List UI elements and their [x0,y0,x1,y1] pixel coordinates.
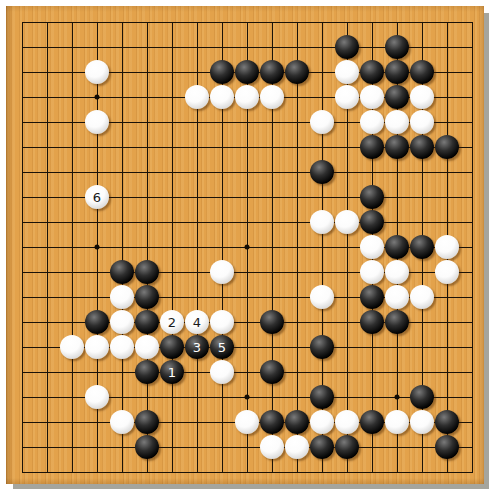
stone-white[interactable] [85,385,109,409]
stone-black[interactable]: 1 [160,360,184,384]
move-number-label: 3 [193,341,201,354]
stone-black[interactable] [385,235,409,259]
stone-black[interactable] [360,185,384,209]
stone-black[interactable] [435,410,459,434]
stone-white[interactable] [235,85,259,109]
stone-white[interactable] [110,285,134,309]
stone-white[interactable] [310,410,334,434]
stone-black[interactable] [285,410,309,434]
stone-black[interactable] [310,435,334,459]
stone-white[interactable] [310,110,334,134]
stone-black[interactable] [360,285,384,309]
stone-white[interactable] [85,335,109,359]
stone-white[interactable] [385,260,409,284]
stone-white[interactable] [210,360,234,384]
stone-black[interactable] [360,210,384,234]
stone-black[interactable] [435,435,459,459]
board-grid[interactable]: 624351 [22,22,473,473]
stone-black[interactable] [135,410,159,434]
stone-white[interactable] [410,285,434,309]
stone-white[interactable]: 6 [85,185,109,209]
stone-white[interactable] [310,210,334,234]
stone-white[interactable] [385,110,409,134]
stone-white[interactable] [410,85,434,109]
stone-white[interactable] [235,410,259,434]
stone-white[interactable] [335,210,359,234]
stone-white[interactable] [335,60,359,84]
stone-black[interactable] [135,285,159,309]
stone-white[interactable] [385,285,409,309]
star-point [95,245,100,250]
star-point [245,245,250,250]
stone-black[interactable]: 3 [185,335,209,359]
stone-black[interactable] [385,35,409,59]
stone-white[interactable] [310,285,334,309]
stone-black[interactable] [410,60,434,84]
move-number-label: 4 [193,316,201,329]
stone-black[interactable] [260,410,284,434]
stone-white[interactable] [260,435,284,459]
stone-black[interactable] [310,385,334,409]
stone-black[interactable] [235,60,259,84]
stone-black[interactable] [435,135,459,159]
stone-white[interactable] [335,85,359,109]
stone-black[interactable] [385,85,409,109]
stone-white[interactable] [135,335,159,359]
stone-white[interactable]: 4 [185,310,209,334]
stone-white[interactable] [85,60,109,84]
stone-white[interactable] [210,260,234,284]
stone-white[interactable] [360,260,384,284]
move-number-label: 2 [168,316,176,329]
move-number-label: 5 [218,341,226,354]
stone-white[interactable] [410,410,434,434]
move-number-label: 1 [168,366,176,379]
stone-black[interactable] [135,360,159,384]
stone-black[interactable] [410,135,434,159]
move-number-label: 6 [93,191,101,204]
stone-black[interactable] [260,310,284,334]
stone-black[interactable] [260,360,284,384]
stone-black[interactable] [360,410,384,434]
stone-black[interactable] [335,435,359,459]
stone-white[interactable] [110,335,134,359]
stone-white[interactable] [335,410,359,434]
stone-white[interactable] [435,235,459,259]
stone-black[interactable] [210,60,234,84]
stone-white[interactable] [410,110,434,134]
stone-black[interactable] [260,60,284,84]
stone-black[interactable] [310,335,334,359]
stone-white[interactable] [210,85,234,109]
star-point [95,95,100,100]
stone-black[interactable] [85,310,109,334]
stone-white[interactable] [260,85,284,109]
stone-white[interactable] [360,110,384,134]
stone-white[interactable] [110,410,134,434]
go-diagram-screen: 624351 [0,0,500,500]
stone-black[interactable] [385,310,409,334]
stone-white[interactable] [110,310,134,334]
stone-black[interactable] [135,260,159,284]
stone-black[interactable] [285,60,309,84]
stone-white[interactable] [210,310,234,334]
stone-white[interactable] [360,85,384,109]
stone-white[interactable] [435,260,459,284]
stone-white[interactable] [185,85,209,109]
stone-white[interactable]: 2 [160,310,184,334]
stone-black[interactable] [385,60,409,84]
stone-black[interactable] [385,135,409,159]
stone-black[interactable] [360,60,384,84]
stone-white[interactable] [360,235,384,259]
stone-black[interactable] [360,135,384,159]
stone-black[interactable] [335,35,359,59]
stone-black[interactable] [135,310,159,334]
go-board: 624351 [6,6,484,484]
star-point [395,395,400,400]
stone-black[interactable] [360,310,384,334]
star-point [245,395,250,400]
stone-black[interactable] [135,435,159,459]
stone-black[interactable] [110,260,134,284]
stone-black[interactable] [410,235,434,259]
stone-black[interactable] [310,160,334,184]
stone-white[interactable] [385,410,409,434]
stone-white[interactable] [85,110,109,134]
stone-black[interactable]: 5 [210,335,234,359]
stone-white[interactable] [285,435,309,459]
stone-white[interactable] [60,335,84,359]
stone-black[interactable] [410,385,434,409]
stone-black[interactable] [160,335,184,359]
